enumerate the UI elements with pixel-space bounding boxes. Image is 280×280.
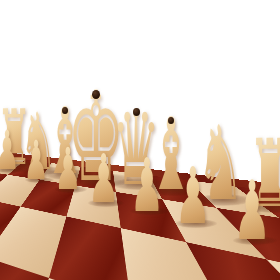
chess-set-photo: ♜♞♝♚♛♝♞♜♟♟♟♟♟♟♟ [0, 0, 280, 280]
finial-c1 [168, 117, 174, 124]
finial-e1 [92, 90, 100, 99]
piece-white-pawn-d2: ♟ [128, 148, 166, 222]
piece-white-pawn-b2: ♟ [231, 170, 274, 252]
piece-white-pawn-e2: ♟ [86, 146, 121, 213]
piece-white-pawn-g2: ♟ [22, 134, 50, 188]
piece-white-pawn-f2: ♟ [53, 140, 83, 198]
piece-white-pawn-c2: ♟ [173, 157, 214, 235]
piece-white-pawn-h2: ♟ [0, 124, 21, 178]
pieces-layer: ♜♞♝♚♛♝♞♜♟♟♟♟♟♟♟ [0, 0, 280, 280]
finial-d1 [133, 108, 140, 116]
